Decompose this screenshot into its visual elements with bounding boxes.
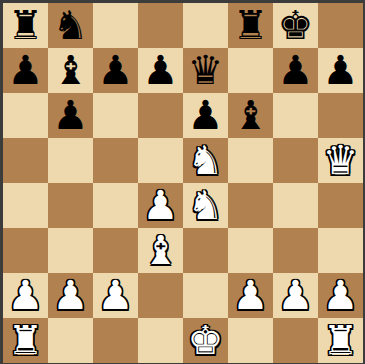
square-a7[interactable]: ♟ <box>3 48 48 93</box>
black-pawn[interactable]: ♟ <box>48 93 93 138</box>
white-pawn[interactable]: ♟ <box>273 273 318 318</box>
black-pawn[interactable]: ♟ <box>318 48 363 93</box>
square-a2[interactable]: ♟ <box>3 273 48 318</box>
square-e2[interactable] <box>183 273 228 318</box>
square-h1[interactable]: ♜ <box>318 318 363 363</box>
square-b6[interactable]: ♟ <box>48 93 93 138</box>
square-h2[interactable]: ♟ <box>318 273 363 318</box>
square-f4[interactable] <box>228 183 273 228</box>
square-a3[interactable] <box>3 228 48 273</box>
square-g6[interactable] <box>273 93 318 138</box>
square-d6[interactable] <box>138 93 183 138</box>
square-a1[interactable]: ♜ <box>3 318 48 363</box>
square-c6[interactable] <box>93 93 138 138</box>
square-g8[interactable]: ♚ <box>273 3 318 48</box>
square-g1[interactable] <box>273 318 318 363</box>
white-rook[interactable]: ♜ <box>318 318 363 363</box>
square-h3[interactable] <box>318 228 363 273</box>
square-g4[interactable] <box>273 183 318 228</box>
square-c7[interactable]: ♟ <box>93 48 138 93</box>
square-e8[interactable] <box>183 3 228 48</box>
square-h5[interactable]: ♛ <box>318 138 363 183</box>
square-f3[interactable] <box>228 228 273 273</box>
black-rook[interactable]: ♜ <box>228 3 273 48</box>
black-pawn[interactable]: ♟ <box>273 48 318 93</box>
black-pawn[interactable]: ♟ <box>183 93 228 138</box>
square-h7[interactable]: ♟ <box>318 48 363 93</box>
square-a6[interactable] <box>3 93 48 138</box>
white-knight[interactable]: ♞ <box>183 138 228 183</box>
square-b4[interactable] <box>48 183 93 228</box>
square-e3[interactable] <box>183 228 228 273</box>
square-d3[interactable]: ♝ <box>138 228 183 273</box>
square-d4[interactable]: ♟ <box>138 183 183 228</box>
square-c1[interactable] <box>93 318 138 363</box>
white-bishop[interactable]: ♝ <box>138 228 183 273</box>
square-a8[interactable]: ♜ <box>3 3 48 48</box>
square-a4[interactable] <box>3 183 48 228</box>
black-rook[interactable]: ♜ <box>3 3 48 48</box>
chess-board: ♜♞♜♚♟♝♟♟♛♟♟♟♟♝♞♛♟♞♝♟♟♟♟♟♟♜♚♜ <box>0 0 365 364</box>
white-pawn[interactable]: ♟ <box>138 183 183 228</box>
white-pawn[interactable]: ♟ <box>48 273 93 318</box>
square-f5[interactable] <box>228 138 273 183</box>
square-g3[interactable] <box>273 228 318 273</box>
square-c3[interactable] <box>93 228 138 273</box>
square-e1[interactable]: ♚ <box>183 318 228 363</box>
square-f6[interactable]: ♝ <box>228 93 273 138</box>
white-pawn[interactable]: ♟ <box>3 273 48 318</box>
square-d8[interactable] <box>138 3 183 48</box>
square-a5[interactable] <box>3 138 48 183</box>
white-pawn[interactable]: ♟ <box>318 273 363 318</box>
square-d5[interactable] <box>138 138 183 183</box>
square-b8[interactable]: ♞ <box>48 3 93 48</box>
black-bishop[interactable]: ♝ <box>228 93 273 138</box>
square-f8[interactable]: ♜ <box>228 3 273 48</box>
square-e4[interactable]: ♞ <box>183 183 228 228</box>
square-b3[interactable] <box>48 228 93 273</box>
square-f7[interactable] <box>228 48 273 93</box>
black-pawn[interactable]: ♟ <box>93 48 138 93</box>
square-g5[interactable] <box>273 138 318 183</box>
square-b5[interactable] <box>48 138 93 183</box>
square-e7[interactable]: ♛ <box>183 48 228 93</box>
square-e6[interactable]: ♟ <box>183 93 228 138</box>
square-b1[interactable] <box>48 318 93 363</box>
square-c8[interactable] <box>93 3 138 48</box>
square-c5[interactable] <box>93 138 138 183</box>
square-d7[interactable]: ♟ <box>138 48 183 93</box>
black-knight[interactable]: ♞ <box>48 3 93 48</box>
square-d1[interactable] <box>138 318 183 363</box>
square-c2[interactable]: ♟ <box>93 273 138 318</box>
black-pawn[interactable]: ♟ <box>138 48 183 93</box>
square-c4[interactable] <box>93 183 138 228</box>
white-knight[interactable]: ♞ <box>183 183 228 228</box>
square-f2[interactable]: ♟ <box>228 273 273 318</box>
white-king[interactable]: ♚ <box>183 318 228 363</box>
square-g2[interactable]: ♟ <box>273 273 318 318</box>
square-e5[interactable]: ♞ <box>183 138 228 183</box>
square-f1[interactable] <box>228 318 273 363</box>
square-h6[interactable] <box>318 93 363 138</box>
white-queen[interactable]: ♛ <box>318 138 363 183</box>
black-bishop[interactable]: ♝ <box>48 48 93 93</box>
square-g7[interactable]: ♟ <box>273 48 318 93</box>
square-d2[interactable] <box>138 273 183 318</box>
black-queen[interactable]: ♛ <box>183 48 228 93</box>
white-pawn[interactable]: ♟ <box>228 273 273 318</box>
white-rook[interactable]: ♜ <box>3 318 48 363</box>
black-king[interactable]: ♚ <box>273 3 318 48</box>
white-pawn[interactable]: ♟ <box>93 273 138 318</box>
black-pawn[interactable]: ♟ <box>3 48 48 93</box>
square-h8[interactable] <box>318 3 363 48</box>
square-b7[interactable]: ♝ <box>48 48 93 93</box>
square-h4[interactable] <box>318 183 363 228</box>
square-b2[interactable]: ♟ <box>48 273 93 318</box>
